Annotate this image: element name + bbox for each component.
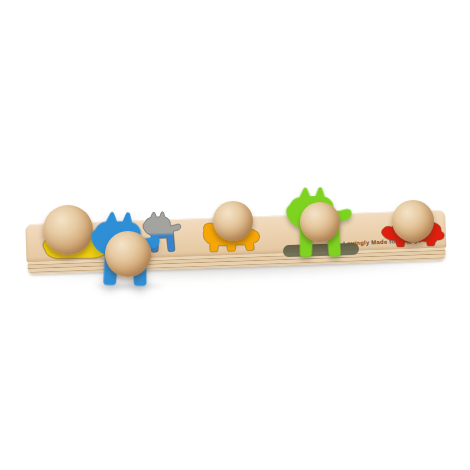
sheep-peg-knob bbox=[392, 200, 434, 242]
camel-peg-knob bbox=[213, 201, 253, 241]
green-horse-peg-knob bbox=[300, 202, 340, 242]
blue-horse-peg-knob bbox=[105, 231, 151, 277]
product-photo: Lovingly Made for Bigjigs Toys bbox=[0, 0, 470, 470]
